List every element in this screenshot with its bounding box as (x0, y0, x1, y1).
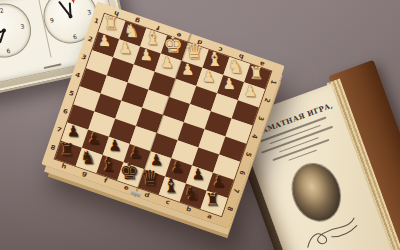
piece-white-p[interactable]: ♟ (197, 65, 220, 88)
piece-white-p[interactable]: ♟ (135, 44, 158, 67)
piece-white-p[interactable]: ♟ (114, 36, 137, 59)
dial-numeral: 12 (0, 6, 5, 15)
piece-black-q[interactable]: ♛ (139, 167, 162, 190)
piece-black-b[interactable]: ♝ (97, 152, 120, 175)
clock-hand-pin (68, 14, 73, 19)
piece-black-n[interactable]: ♞ (181, 181, 204, 204)
piece-black-b[interactable]: ♝ (160, 174, 183, 197)
dial-numeral: 9 (46, 15, 57, 24)
piece-black-r[interactable]: ♜ (56, 138, 79, 161)
portrait-engraving (285, 157, 348, 227)
piece-white-p[interactable]: ♟ (218, 72, 241, 95)
signature-flourish-icon (298, 213, 364, 250)
piece-black-n[interactable]: ♞ (77, 145, 100, 168)
clock-hand-pin (2, 28, 7, 33)
piece-black-k[interactable]: ♚ (118, 159, 141, 182)
clock-brand-mark (43, 63, 61, 69)
dial-numeral: 3 (17, 22, 28, 31)
piece-white-p[interactable]: ♟ (93, 29, 116, 52)
piece-white-p[interactable]: ♟ (155, 51, 178, 74)
piece-black-r[interactable]: ♜ (201, 188, 224, 211)
clock-left-dial: 12 3 6 9 (0, 0, 36, 63)
dial-numeral: 6 (69, 32, 80, 41)
photo-scene: { "game": "chess", "position": "rnbqkbnr… (0, 0, 400, 250)
dial-numeral: 6 (3, 46, 14, 55)
piece-white-p[interactable]: ♟ (176, 58, 199, 81)
piece-white-p[interactable]: ♟ (239, 79, 262, 102)
